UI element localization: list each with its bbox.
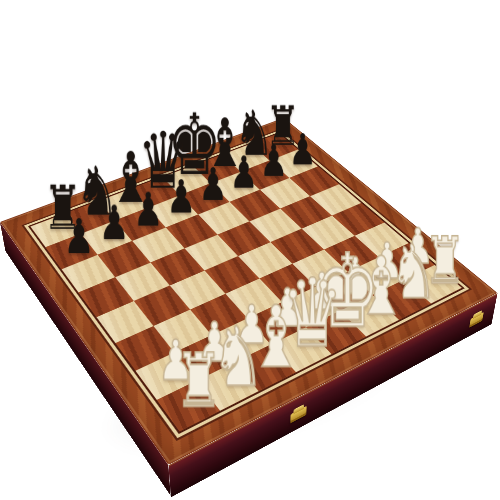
piece-black-pawn[interactable]: ♟ <box>0 212 158 260</box>
piece-white-rook[interactable]: ♜ <box>103 344 293 418</box>
brass-clasp-right[interactable] <box>469 312 484 328</box>
chess-set-photo: ♜♞♝♛♚♝♞♜♟♟♟♟♟♟♟♟♟♟♟♟♟♟♟♟♜♞♝♛♚♝♞♜ <box>0 0 500 500</box>
